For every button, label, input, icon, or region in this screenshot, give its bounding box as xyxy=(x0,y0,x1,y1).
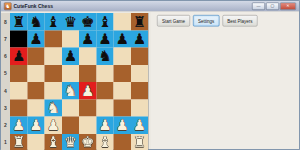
square-f7[interactable]: ♟ xyxy=(96,30,113,47)
square-g1[interactable] xyxy=(114,134,131,150)
square-b2[interactable]: ♟ xyxy=(27,117,44,134)
square-b3[interactable] xyxy=(27,99,44,116)
black-knight-icon: ♞ xyxy=(29,14,42,29)
rank-label-8: 8 xyxy=(1,13,10,30)
square-h4[interactable] xyxy=(131,82,148,99)
window-controls: — ▢ ✕ xyxy=(252,2,296,10)
square-b1[interactable] xyxy=(27,134,44,150)
square-a5[interactable] xyxy=(10,65,27,82)
black-pawn-icon: ♟ xyxy=(81,32,94,47)
square-e6[interactable] xyxy=(79,48,96,65)
square-b7[interactable]: ♟ xyxy=(27,30,44,47)
rank-label-4: 4 xyxy=(1,82,10,99)
square-d1[interactable]: ♛ xyxy=(62,134,79,150)
settings-button[interactable]: Settings xyxy=(193,15,219,27)
white-pawn-icon: ♟ xyxy=(98,118,111,133)
square-d7[interactable] xyxy=(62,30,79,47)
square-b6[interactable] xyxy=(27,48,44,65)
square-a1[interactable]: ♜ xyxy=(10,134,27,150)
square-f8[interactable]: ♝ xyxy=(96,13,113,30)
square-e4[interactable]: ♟ xyxy=(79,82,96,99)
white-pawn-icon: ♟ xyxy=(116,118,129,133)
square-g6[interactable] xyxy=(114,48,131,65)
square-g5[interactable] xyxy=(114,65,131,82)
square-e5[interactable] xyxy=(79,65,96,82)
black-rook-icon: ♜ xyxy=(12,14,25,29)
rank-labels: 87654321 xyxy=(1,13,10,150)
black-pawn-icon: ♟ xyxy=(116,32,129,47)
square-d3[interactable] xyxy=(62,99,79,116)
square-g4[interactable] xyxy=(114,82,131,99)
square-d2[interactable] xyxy=(62,117,79,134)
square-d4[interactable]: ♞ xyxy=(62,82,79,99)
white-queen-icon: ♛ xyxy=(64,135,77,150)
black-queen-icon: ♛ xyxy=(64,14,77,29)
black-bishop-icon: ♝ xyxy=(47,14,60,29)
black-pawn-icon: ♟ xyxy=(64,49,77,64)
white-pawn-icon: ♟ xyxy=(12,118,25,133)
square-g3[interactable] xyxy=(114,99,131,116)
black-pawn-icon: ♟ xyxy=(98,32,111,47)
square-a2[interactable]: ♟ xyxy=(10,117,27,134)
rank-label-7: 7 xyxy=(1,30,10,47)
square-h1[interactable]: ♜ xyxy=(131,134,148,150)
square-f3[interactable] xyxy=(96,99,113,116)
white-rook-icon: ♜ xyxy=(12,135,25,150)
white-knight-icon: ♞ xyxy=(64,83,77,98)
square-a8[interactable]: ♜ xyxy=(10,13,27,30)
square-f6[interactable]: ♞ xyxy=(96,48,113,65)
rank-label-6: 6 xyxy=(1,48,10,65)
white-pawn-icon: ♟ xyxy=(29,118,42,133)
maximize-button[interactable]: ▢ xyxy=(266,2,279,10)
rank-label-1: 1 xyxy=(1,134,10,150)
square-f2[interactable]: ♟ xyxy=(96,117,113,134)
rank-label-2: 2 xyxy=(1,117,10,134)
square-c3[interactable]: ♞ xyxy=(45,99,62,116)
square-a4[interactable] xyxy=(10,82,27,99)
square-c6[interactable] xyxy=(45,48,62,65)
white-pawn-icon: ♟ xyxy=(133,118,146,133)
black-bishop-icon: ♝ xyxy=(98,14,111,29)
square-h8[interactable]: ♜ xyxy=(131,13,148,30)
rank-label-3: 3 xyxy=(1,99,10,116)
chess-board: ♜♞♝♛♚♝♜♟♟♟♟♟♟♟♞♞♟♞♟♟♟♟♟♟♜♝♛♚♝♜ xyxy=(10,13,149,150)
square-d8[interactable]: ♛ xyxy=(62,13,79,30)
black-rook-icon: ♜ xyxy=(133,14,146,29)
square-h5[interactable] xyxy=(131,65,148,82)
square-d5[interactable] xyxy=(62,65,79,82)
square-c5[interactable] xyxy=(45,65,62,82)
black-pawn-icon: ♟ xyxy=(29,32,42,47)
black-pawn-icon: ♟ xyxy=(133,32,146,47)
close-button[interactable]: ✕ xyxy=(280,2,296,10)
square-d6[interactable]: ♟ xyxy=(62,48,79,65)
square-a7[interactable] xyxy=(10,30,27,47)
square-e8[interactable]: ♚ xyxy=(79,13,96,30)
title-bar[interactable]: ♞ CuteFunk Chess — ▢ ✕ xyxy=(1,1,299,12)
start-game-button[interactable]: Start Game xyxy=(157,15,190,27)
black-pawn-icon: ♟ xyxy=(12,49,25,64)
square-e7[interactable]: ♟ xyxy=(79,30,96,47)
white-bishop-icon: ♝ xyxy=(98,135,111,150)
square-e3[interactable] xyxy=(79,99,96,116)
app-window: ♞ CuteFunk Chess — ▢ ✕ 87654321 ♜♞♝♛♚♝♜♟… xyxy=(0,0,300,150)
white-knight-icon: ♞ xyxy=(47,101,60,116)
app-icon: ♞ xyxy=(4,2,12,10)
best-players-button[interactable]: Best Players xyxy=(222,15,257,27)
square-f4[interactable] xyxy=(96,82,113,99)
white-pawn-icon: ♟ xyxy=(81,83,94,98)
square-g8[interactable] xyxy=(114,13,131,30)
window-title: CuteFunk Chess xyxy=(14,3,53,9)
square-e2[interactable] xyxy=(79,117,96,134)
white-pawn-icon: ♟ xyxy=(47,118,60,133)
square-f5[interactable] xyxy=(96,65,113,82)
white-bishop-icon: ♝ xyxy=(47,135,60,150)
white-king-icon: ♚ xyxy=(81,135,94,150)
database-panel: Start Game Settings Best Players organiz… xyxy=(151,12,299,149)
black-king-icon: ♚ xyxy=(81,14,94,29)
square-c4[interactable] xyxy=(45,82,62,99)
square-a6[interactable]: ♟ xyxy=(10,48,27,65)
square-h3[interactable] xyxy=(131,99,148,116)
square-c2[interactable]: ♟ xyxy=(45,117,62,134)
square-b4[interactable] xyxy=(27,82,44,99)
square-b8[interactable]: ♞ xyxy=(27,13,44,30)
toolbar: Start Game Settings Best Players xyxy=(157,15,258,27)
chess-board-area: 87654321 ♜♞♝♛♚♝♜♟♟♟♟♟♟♟♞♞♟♞♟♟♟♟♟♟♜♝♛♚♝♜ xyxy=(1,13,149,150)
square-g7[interactable]: ♟ xyxy=(114,30,131,47)
square-a3[interactable] xyxy=(10,99,27,116)
black-knight-icon: ♞ xyxy=(98,49,111,64)
white-rook-icon: ♜ xyxy=(133,135,146,150)
square-c1[interactable]: ♝ xyxy=(45,134,62,150)
square-g2[interactable]: ♟ xyxy=(114,117,131,134)
screenshot-viewport: ♞ CuteFunk Chess — ▢ ✕ 87654321 ♜♞♝♛♚♝♜♟… xyxy=(0,0,300,150)
square-f1[interactable]: ♝ xyxy=(96,134,113,150)
square-b5[interactable] xyxy=(27,65,44,82)
square-h2[interactable]: ♟ xyxy=(131,117,148,134)
square-c7[interactable] xyxy=(45,30,62,47)
rank-label-5: 5 xyxy=(1,65,10,82)
minimize-button[interactable]: — xyxy=(252,2,265,10)
square-c8[interactable]: ♝ xyxy=(45,13,62,30)
square-e1[interactable]: ♚ xyxy=(79,134,96,150)
square-h6[interactable] xyxy=(131,48,148,65)
square-h7[interactable]: ♟ xyxy=(131,30,148,47)
